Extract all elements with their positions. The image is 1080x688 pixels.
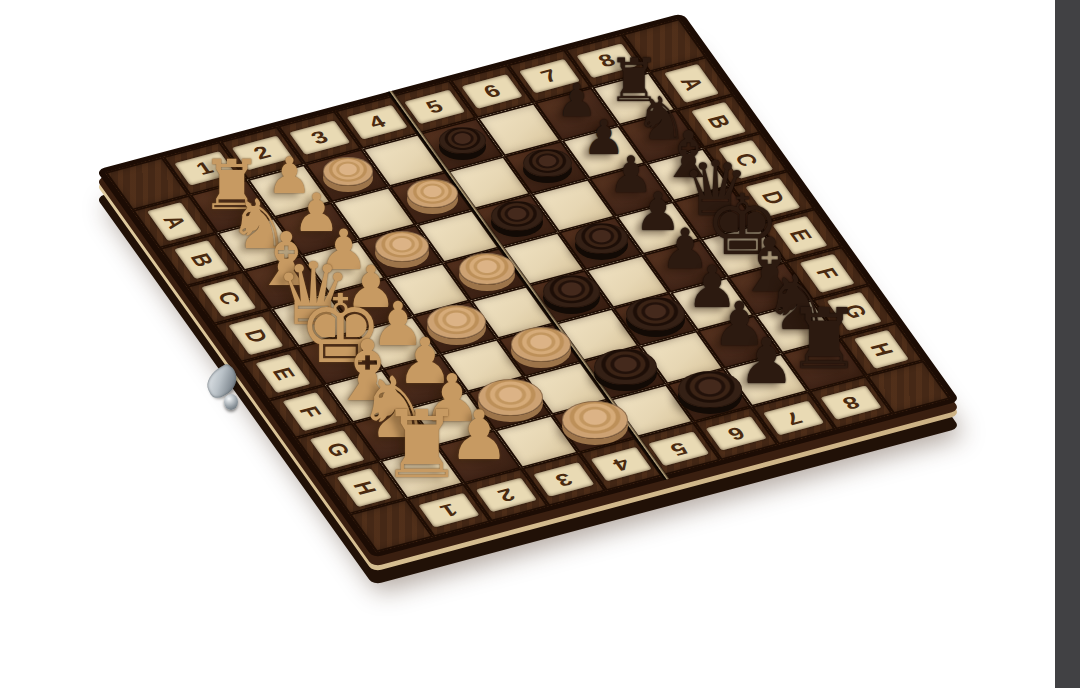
file-label-plate: D bbox=[745, 178, 800, 217]
file-label-plate: A bbox=[147, 202, 202, 241]
rank-label-plate: 7 bbox=[763, 401, 824, 435]
rank-label-plate: 3 bbox=[289, 120, 350, 154]
chess-board: 12345678AABBCCDDEEFFGGHH12345678 bbox=[96, 13, 960, 558]
file-label-plate: A bbox=[664, 64, 719, 103]
rank-label-plate: 8 bbox=[576, 44, 637, 78]
file-label-plate: D bbox=[228, 316, 283, 355]
rank-label-plate: 6 bbox=[706, 416, 767, 450]
rank-label-plate: 6 bbox=[462, 74, 523, 108]
rank-label-plate: 7 bbox=[519, 59, 580, 93]
rank-label-plate: 1 bbox=[174, 151, 235, 185]
file-label-plate: G bbox=[310, 430, 365, 469]
photo-canvas: 12345678AABBCCDDEEFFGGHH12345678 ♜♞♝♛♚♝♞… bbox=[0, 0, 1080, 688]
file-label-plate: E bbox=[255, 354, 310, 393]
file-label-plate: F bbox=[800, 254, 855, 293]
metal-clasp bbox=[206, 368, 254, 418]
file-label-plate: H bbox=[854, 330, 909, 369]
file-label-plate: G bbox=[827, 292, 882, 331]
file-label-plate: C bbox=[201, 278, 256, 317]
file-label-plate: B bbox=[174, 240, 229, 279]
rank-label-plate: 8 bbox=[821, 385, 882, 419]
file-label-plate: E bbox=[772, 216, 827, 255]
file-label-plate: H bbox=[337, 468, 392, 507]
file-label-plate: F bbox=[282, 392, 337, 431]
clasp-hasp bbox=[202, 362, 243, 401]
rank-label-plate: 3 bbox=[533, 462, 594, 496]
rank-label-plate: 1 bbox=[418, 493, 479, 527]
screen-edge-strip bbox=[1055, 0, 1080, 688]
rank-label-plate: 2 bbox=[232, 136, 293, 170]
file-label-plate: B bbox=[691, 102, 746, 141]
file-label-plate: C bbox=[718, 140, 773, 179]
rank-label-plate: 2 bbox=[476, 478, 537, 512]
clasp-knob bbox=[224, 394, 238, 410]
